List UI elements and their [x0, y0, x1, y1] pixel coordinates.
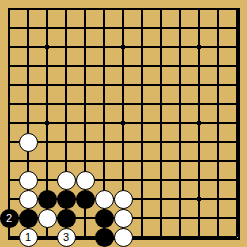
point-A8[interactable]	[0, 95, 19, 114]
point-G1[interactable]	[114, 228, 133, 247]
point-E10[interactable]	[76, 57, 95, 76]
black-stone-F1[interactable]	[95, 228, 114, 247]
point-K5[interactable]	[171, 152, 190, 171]
point-A11[interactable]	[0, 38, 19, 57]
point-H6[interactable]	[133, 133, 152, 152]
point-K1[interactable]	[171, 228, 190, 247]
point-K12[interactable]	[171, 19, 190, 38]
point-F8[interactable]	[95, 95, 114, 114]
point-D6[interactable]	[57, 133, 76, 152]
point-F13[interactable]	[95, 0, 114, 19]
point-C6[interactable]	[38, 133, 57, 152]
point-D12[interactable]	[57, 19, 76, 38]
point-N3[interactable]	[228, 190, 247, 209]
point-E4[interactable]	[76, 171, 95, 190]
point-D11[interactable]	[57, 38, 76, 57]
point-M4[interactable]	[209, 171, 228, 190]
point-K10[interactable]	[171, 57, 190, 76]
point-G10[interactable]	[114, 57, 133, 76]
point-E2[interactable]	[76, 209, 95, 228]
point-L6[interactable]	[190, 133, 209, 152]
white-stone-D4[interactable]	[57, 171, 76, 190]
point-A9[interactable]	[0, 76, 19, 95]
point-G13[interactable]	[114, 0, 133, 19]
move-number-1: 1	[25, 232, 31, 243]
point-E1[interactable]	[76, 228, 95, 247]
point-N11[interactable]	[228, 38, 247, 57]
white-stone-G1[interactable]	[114, 228, 133, 247]
point-K7[interactable]	[171, 114, 190, 133]
point-B8[interactable]	[19, 95, 38, 114]
point-N13[interactable]	[228, 0, 247, 19]
point-M11[interactable]	[209, 38, 228, 57]
point-C13[interactable]	[38, 0, 57, 19]
point-N5[interactable]	[228, 152, 247, 171]
point-E9[interactable]	[76, 76, 95, 95]
point-B6[interactable]	[19, 133, 38, 152]
point-A7[interactable]	[0, 114, 19, 133]
point-H9[interactable]	[133, 76, 152, 95]
move-number-3: 3	[63, 232, 69, 243]
point-D5[interactable]	[57, 152, 76, 171]
point-A13[interactable]	[0, 0, 19, 19]
point-F6[interactable]	[95, 133, 114, 152]
point-L9[interactable]	[190, 76, 209, 95]
point-G6[interactable]	[114, 133, 133, 152]
point-C9[interactable]	[38, 76, 57, 95]
point-D9[interactable]	[57, 76, 76, 95]
point-L7[interactable]	[190, 114, 209, 133]
point-K9[interactable]	[171, 76, 190, 95]
point-A3[interactable]	[0, 190, 19, 209]
go-board-diagram: 213	[0, 0, 247, 247]
point-C3[interactable]	[38, 190, 57, 209]
point-F3[interactable]	[95, 190, 114, 209]
point-K13[interactable]	[171, 0, 190, 19]
point-F10[interactable]	[95, 57, 114, 76]
black-stone-A2[interactable]: 2	[0, 209, 19, 228]
point-G4[interactable]	[114, 171, 133, 190]
white-stone-F3[interactable]	[95, 190, 114, 209]
point-N8[interactable]	[228, 95, 247, 114]
board-points: 213	[0, 0, 247, 247]
point-M10[interactable]	[209, 57, 228, 76]
point-L8[interactable]	[190, 95, 209, 114]
point-J1[interactable]	[152, 228, 171, 247]
point-H10[interactable]	[133, 57, 152, 76]
point-L3[interactable]	[190, 190, 209, 209]
point-E12[interactable]	[76, 19, 95, 38]
point-K6[interactable]	[171, 133, 190, 152]
point-F5[interactable]	[95, 152, 114, 171]
point-L13[interactable]	[190, 0, 209, 19]
point-G5[interactable]	[114, 152, 133, 171]
point-L4[interactable]	[190, 171, 209, 190]
point-K4[interactable]	[171, 171, 190, 190]
point-D10[interactable]	[57, 57, 76, 76]
point-K8[interactable]	[171, 95, 190, 114]
point-H13[interactable]	[133, 0, 152, 19]
point-J8[interactable]	[152, 95, 171, 114]
point-N10[interactable]	[228, 57, 247, 76]
point-G2[interactable]	[114, 209, 133, 228]
point-F11[interactable]	[95, 38, 114, 57]
point-J9[interactable]	[152, 76, 171, 95]
point-C12[interactable]	[38, 19, 57, 38]
point-E13[interactable]	[76, 0, 95, 19]
point-E3[interactable]	[76, 190, 95, 209]
point-G11[interactable]	[114, 38, 133, 57]
point-H3[interactable]	[133, 190, 152, 209]
white-stone-B1[interactable]: 1	[19, 228, 38, 247]
point-K3[interactable]	[171, 190, 190, 209]
point-M13[interactable]	[209, 0, 228, 19]
point-N12[interactable]	[228, 19, 247, 38]
white-stone-B3[interactable]	[19, 190, 38, 209]
point-H8[interactable]	[133, 95, 152, 114]
point-D7[interactable]	[57, 114, 76, 133]
point-C4[interactable]	[38, 171, 57, 190]
point-C11[interactable]	[38, 38, 57, 57]
point-E6[interactable]	[76, 133, 95, 152]
white-stone-G3[interactable]	[114, 190, 133, 209]
point-F12[interactable]	[95, 19, 114, 38]
point-M8[interactable]	[209, 95, 228, 114]
point-B3[interactable]	[19, 190, 38, 209]
black-stone-D2[interactable]	[57, 209, 76, 228]
point-C5[interactable]	[38, 152, 57, 171]
point-J12[interactable]	[152, 19, 171, 38]
white-stone-B6[interactable]	[19, 133, 38, 152]
point-J11[interactable]	[152, 38, 171, 57]
point-N9[interactable]	[228, 76, 247, 95]
point-E8[interactable]	[76, 95, 95, 114]
point-N2[interactable]	[228, 209, 247, 228]
point-B9[interactable]	[19, 76, 38, 95]
point-M2[interactable]	[209, 209, 228, 228]
point-J4[interactable]	[152, 171, 171, 190]
point-C10[interactable]	[38, 57, 57, 76]
point-M9[interactable]	[209, 76, 228, 95]
point-H5[interactable]	[133, 152, 152, 171]
point-J6[interactable]	[152, 133, 171, 152]
point-F2[interactable]	[95, 209, 114, 228]
point-J7[interactable]	[152, 114, 171, 133]
point-C2[interactable]	[38, 209, 57, 228]
point-B10[interactable]	[19, 57, 38, 76]
point-H2[interactable]	[133, 209, 152, 228]
point-E7[interactable]	[76, 114, 95, 133]
white-stone-D1[interactable]: 3	[57, 228, 76, 247]
black-stone-C3[interactable]	[38, 190, 57, 209]
move-number-2: 2	[6, 213, 12, 224]
point-L12[interactable]	[190, 19, 209, 38]
go-board: 213	[0, 0, 247, 247]
black-stone-B2[interactable]	[19, 209, 38, 228]
point-A2[interactable]: 2	[0, 209, 19, 228]
point-B2[interactable]	[19, 209, 38, 228]
point-L5[interactable]	[190, 152, 209, 171]
white-stone-C2[interactable]	[38, 209, 57, 228]
point-H1[interactable]	[133, 228, 152, 247]
point-L1[interactable]	[190, 228, 209, 247]
point-L10[interactable]	[190, 57, 209, 76]
point-A1[interactable]	[0, 228, 19, 247]
black-stone-F2[interactable]	[95, 209, 114, 228]
point-F9[interactable]	[95, 76, 114, 95]
point-D3[interactable]	[57, 190, 76, 209]
point-C1[interactable]	[38, 228, 57, 247]
point-E5[interactable]	[76, 152, 95, 171]
point-J5[interactable]	[152, 152, 171, 171]
point-G8[interactable]	[114, 95, 133, 114]
point-N1[interactable]	[228, 228, 247, 247]
point-F7[interactable]	[95, 114, 114, 133]
point-H7[interactable]	[133, 114, 152, 133]
point-K2[interactable]	[171, 209, 190, 228]
point-G7[interactable]	[114, 114, 133, 133]
point-F1[interactable]	[95, 228, 114, 247]
point-D4[interactable]	[57, 171, 76, 190]
white-stone-G2[interactable]	[114, 209, 133, 228]
point-N4[interactable]	[228, 171, 247, 190]
point-J2[interactable]	[152, 209, 171, 228]
black-stone-E3[interactable]	[76, 190, 95, 209]
point-L11[interactable]	[190, 38, 209, 57]
point-D1[interactable]: 3	[57, 228, 76, 247]
white-stone-E4[interactable]	[76, 171, 95, 190]
point-A5[interactable]	[0, 152, 19, 171]
point-M12[interactable]	[209, 19, 228, 38]
point-M6[interactable]	[209, 133, 228, 152]
point-B7[interactable]	[19, 114, 38, 133]
point-G12[interactable]	[114, 19, 133, 38]
point-N7[interactable]	[228, 114, 247, 133]
point-J3[interactable]	[152, 190, 171, 209]
point-M3[interactable]	[209, 190, 228, 209]
point-F4[interactable]	[95, 171, 114, 190]
point-D2[interactable]	[57, 209, 76, 228]
point-J13[interactable]	[152, 0, 171, 19]
point-M1[interactable]	[209, 228, 228, 247]
point-C7[interactable]	[38, 114, 57, 133]
point-D13[interactable]	[57, 0, 76, 19]
point-E11[interactable]	[76, 38, 95, 57]
point-G3[interactable]	[114, 190, 133, 209]
point-B12[interactable]	[19, 19, 38, 38]
point-B1[interactable]: 1	[19, 228, 38, 247]
point-G9[interactable]	[114, 76, 133, 95]
point-L2[interactable]	[190, 209, 209, 228]
point-A4[interactable]	[0, 171, 19, 190]
point-M5[interactable]	[209, 152, 228, 171]
black-stone-D3[interactable]	[57, 190, 76, 209]
point-H4[interactable]	[133, 171, 152, 190]
point-B5[interactable]	[19, 152, 38, 171]
point-M7[interactable]	[209, 114, 228, 133]
point-N6[interactable]	[228, 133, 247, 152]
point-A12[interactable]	[0, 19, 19, 38]
point-A10[interactable]	[0, 57, 19, 76]
point-H12[interactable]	[133, 19, 152, 38]
white-stone-B4[interactable]	[19, 171, 38, 190]
point-B4[interactable]	[19, 171, 38, 190]
point-H11[interactable]	[133, 38, 152, 57]
point-A6[interactable]	[0, 133, 19, 152]
point-C8[interactable]	[38, 95, 57, 114]
point-D8[interactable]	[57, 95, 76, 114]
point-K11[interactable]	[171, 38, 190, 57]
point-J10[interactable]	[152, 57, 171, 76]
point-B13[interactable]	[19, 0, 38, 19]
point-B11[interactable]	[19, 38, 38, 57]
